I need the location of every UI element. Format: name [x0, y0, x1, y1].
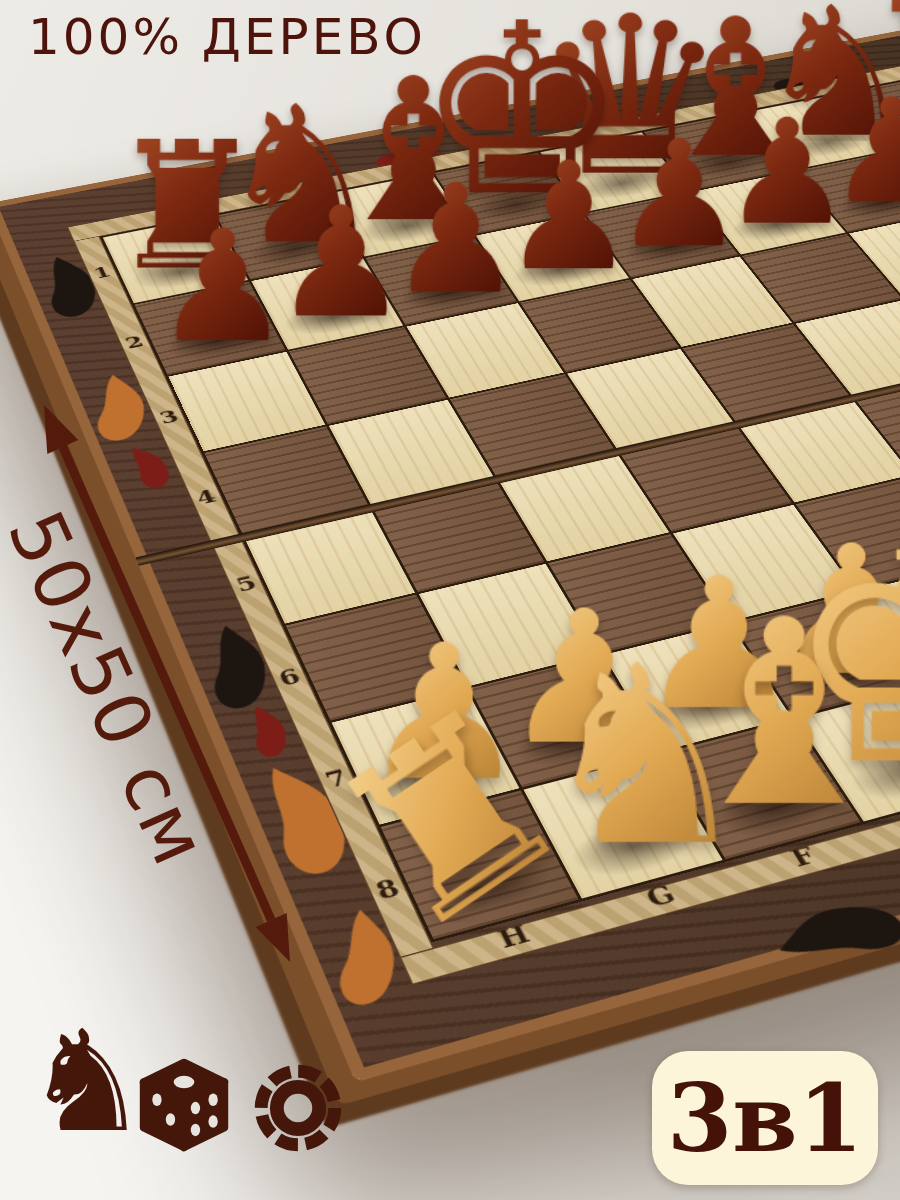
product-photo: ♜♞♝♚♛♝♞♜♟♟♟♟♟♟♟♟♟♟♟♟♟♟♟♟♜♞♝♚♛♝♞♜ 1234567… [0, 0, 900, 1200]
poker-chip-icon [252, 1062, 344, 1154]
badge-3in1: 3в1 [652, 1051, 878, 1185]
feature-icons: ♞ [24, 1026, 364, 1186]
chess-knight-icon: ♞ [24, 1012, 150, 1152]
title: 100% ДЕРЕВО [28, 8, 426, 66]
dice-icon [132, 1054, 236, 1158]
